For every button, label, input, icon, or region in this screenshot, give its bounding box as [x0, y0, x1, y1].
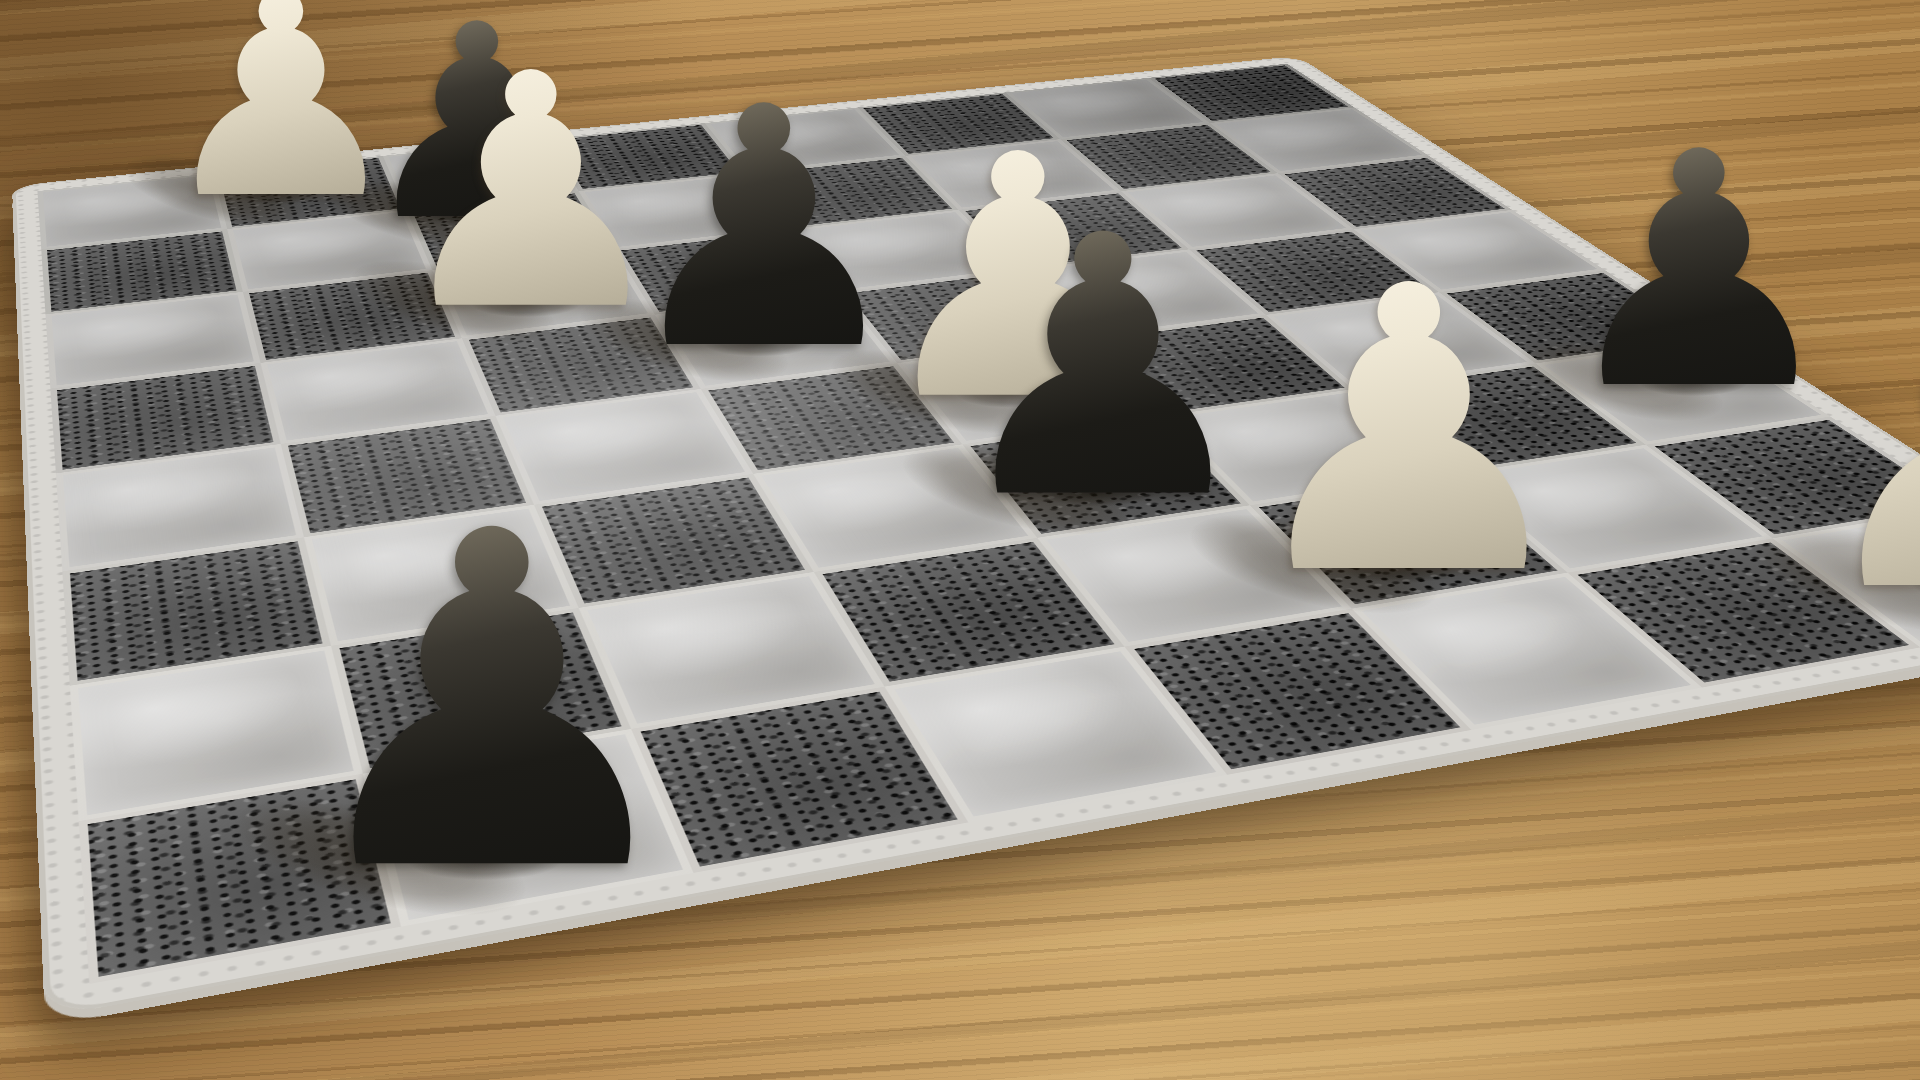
white-pawn-h1[interactable]: ♟ — [1799, 226, 1920, 650]
wood-table: ♟♟♟♟♟♟♟♟♟♟ — [0, 0, 1920, 1080]
black-pawn-e3[interactable]: ♟ — [942, 189, 1264, 548]
black-pawn-b1[interactable]: ♟ — [285, 472, 699, 934]
white-pawn-f2[interactable]: ♟ — [1233, 236, 1585, 629]
